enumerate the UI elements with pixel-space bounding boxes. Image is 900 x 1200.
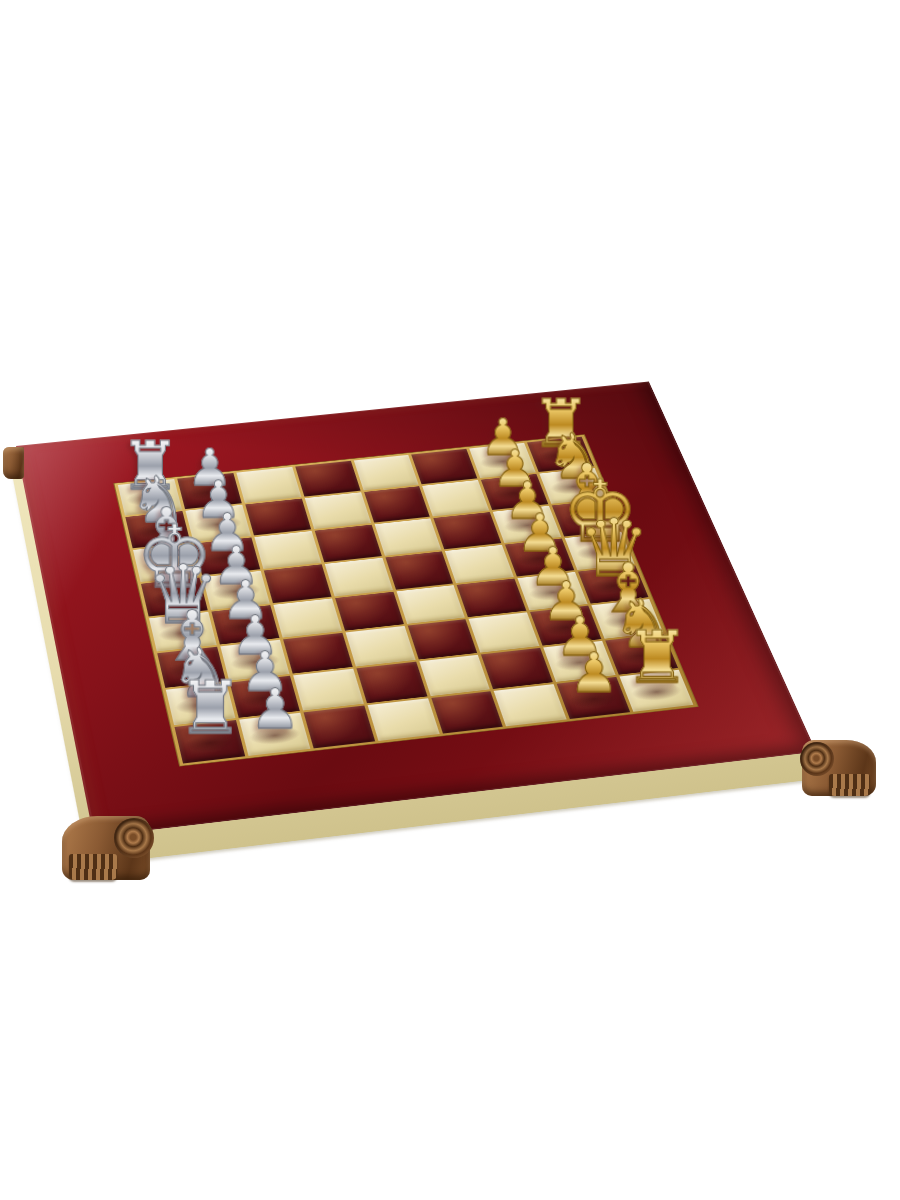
- square-b3: [293, 669, 363, 711]
- square-f3: [254, 531, 321, 569]
- foot-flutes: [829, 774, 870, 796]
- square-a5: [431, 691, 503, 733]
- bronze-foot-near-left: [62, 816, 150, 880]
- gold-rook-glyph: ♜: [625, 624, 690, 693]
- square-b6: [481, 648, 553, 689]
- ionic-volute-icon: [800, 742, 834, 776]
- silver-pawn-glyph: ♟: [250, 684, 300, 737]
- square-a2: ♟: [239, 713, 310, 756]
- board-scene: ♜♟♟♜♞♟♟♞♝♟♟♝♚♟♟♚♛♟♟♛♝♟♟♝♞♟♟♞♜♟♟♜: [0, 0, 900, 1200]
- square-c6: [469, 613, 540, 653]
- chess-board: ♜♟♟♜♞♟♟♞♝♟♟♝♚♟♟♚♛♟♟♛♝♟♟♝♞♟♟♞♜♟♟♜: [16, 382, 817, 837]
- square-c4: [345, 626, 415, 666]
- white-pawn: ♟: [239, 713, 310, 756]
- square-b4: [356, 662, 427, 704]
- bronze-foot-right: [802, 740, 876, 796]
- bronze-foot-far-left: [3, 447, 24, 479]
- square-d4: [335, 592, 404, 631]
- square-b5: [419, 655, 490, 696]
- product-photo: ♜♟♟♜♞♟♟♞♝♟♟♝♚♟♟♚♛♟♟♛♝♟♟♝♞♟♟♞♜♟♟♜: [0, 0, 900, 1200]
- square-g5: [364, 486, 430, 522]
- silver-rook-glyph: ♜: [177, 674, 243, 744]
- foot-flutes: [69, 854, 117, 880]
- checkerboard: ♜♟♟♜♞♟♟♞♝♟♟♝♚♟♟♚♛♟♟♛♝♟♟♝♞♟♟♞♜♟♟♜: [114, 435, 697, 766]
- ionic-volute-icon: [114, 818, 154, 858]
- square-c3: [283, 633, 352, 674]
- square-d5: [396, 585, 465, 624]
- gold-pawn-glyph: ♟: [570, 648, 619, 700]
